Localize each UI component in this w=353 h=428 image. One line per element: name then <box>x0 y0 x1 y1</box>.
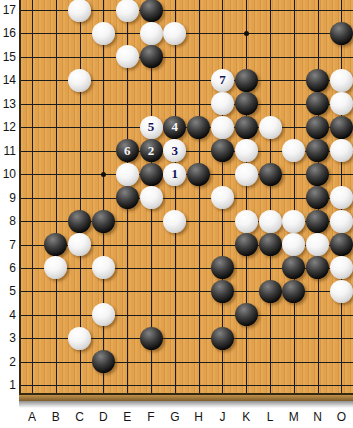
stone-black-K14[interactable] <box>235 69 258 92</box>
row-label-7: 7 <box>0 238 16 252</box>
row-label-15: 15 <box>0 50 16 64</box>
stone-black-E9[interactable] <box>116 186 139 209</box>
move-number-7: 7 <box>219 72 226 88</box>
grid-vline-B <box>56 0 57 393</box>
stone-white-G10[interactable]: 1 <box>163 163 186 186</box>
column-label-N: N <box>308 409 328 425</box>
stone-black-K13[interactable] <box>235 92 258 115</box>
stone-black-E11[interactable]: 6 <box>116 139 139 162</box>
stone-white-K8[interactable] <box>235 210 258 233</box>
stone-black-L10[interactable] <box>259 163 282 186</box>
row-label-10: 10 <box>0 167 16 181</box>
stone-black-H12[interactable] <box>187 116 210 139</box>
stone-black-G12[interactable]: 4 <box>163 116 186 139</box>
stone-white-C7[interactable] <box>68 233 91 256</box>
stone-black-J3[interactable] <box>211 327 234 350</box>
go-board-screenshot: 7546231 1716151413121110987654321ABCDEFG… <box>0 0 353 428</box>
stone-white-O11[interactable] <box>330 139 353 162</box>
stone-white-O9[interactable] <box>330 186 353 209</box>
stone-white-E10[interactable] <box>116 163 139 186</box>
column-label-L: L <box>260 409 280 425</box>
grid-hline-13 <box>21 104 353 105</box>
stone-black-F15[interactable] <box>140 45 163 68</box>
move-number-3: 3 <box>172 143 179 159</box>
stone-black-N10[interactable] <box>306 163 329 186</box>
stone-white-O14[interactable] <box>330 69 353 92</box>
stone-white-N7[interactable] <box>306 233 329 256</box>
column-label-H: H <box>189 409 209 425</box>
move-number-2: 2 <box>148 143 155 159</box>
grid-hline-2 <box>21 362 353 363</box>
stone-black-K7[interactable] <box>235 233 258 256</box>
row-label-8: 8 <box>0 214 16 228</box>
stone-white-O5[interactable] <box>330 280 353 303</box>
stone-black-F10[interactable] <box>140 163 163 186</box>
stone-black-J11[interactable] <box>211 139 234 162</box>
row-label-3: 3 <box>0 331 16 345</box>
stone-black-O12[interactable] <box>330 116 353 139</box>
row-label-17: 17 <box>0 3 16 17</box>
row-label-1: 1 <box>0 378 16 392</box>
star-point-K16 <box>244 31 249 36</box>
stone-white-J9[interactable] <box>211 186 234 209</box>
board-edge-shadow <box>19 401 353 408</box>
column-label-C: C <box>70 409 90 425</box>
column-label-B: B <box>46 409 66 425</box>
move-number-5: 5 <box>148 119 155 135</box>
grid-vline-K <box>246 0 247 393</box>
grid-vline-G <box>175 0 176 393</box>
column-label-K: K <box>236 409 256 425</box>
stone-white-K10[interactable] <box>235 163 258 186</box>
board-left-border <box>19 0 21 395</box>
column-label-F: F <box>141 409 161 425</box>
stone-black-C8[interactable] <box>68 210 91 233</box>
row-label-11: 11 <box>0 144 16 158</box>
move-number-1: 1 <box>172 166 179 182</box>
grid-hline-15 <box>21 57 353 58</box>
stone-black-J5[interactable] <box>211 280 234 303</box>
stone-white-L12[interactable] <box>259 116 282 139</box>
row-label-6: 6 <box>0 261 16 275</box>
stone-white-F9[interactable] <box>140 186 163 209</box>
row-label-2: 2 <box>0 355 16 369</box>
row-label-13: 13 <box>0 97 16 111</box>
grid-hline-4 <box>21 315 353 316</box>
star-point-D10 <box>101 172 106 177</box>
stone-white-M8[interactable] <box>282 210 305 233</box>
column-label-J: J <box>212 409 232 425</box>
stone-white-G8[interactable] <box>163 210 186 233</box>
move-number-4: 4 <box>172 119 179 135</box>
stone-white-O8[interactable] <box>330 210 353 233</box>
row-label-14: 14 <box>0 73 16 87</box>
stone-black-L7[interactable] <box>259 233 282 256</box>
stone-black-H10[interactable] <box>187 163 210 186</box>
column-label-M: M <box>284 409 304 425</box>
column-label-A: A <box>22 409 42 425</box>
stone-white-C3[interactable] <box>68 327 91 350</box>
stone-black-O7[interactable] <box>330 233 353 256</box>
stone-black-F17[interactable] <box>140 0 163 22</box>
move-number-6: 6 <box>124 143 131 159</box>
stone-white-F12[interactable]: 5 <box>140 116 163 139</box>
stone-white-C17[interactable] <box>68 0 91 22</box>
stone-black-F3[interactable] <box>140 327 163 350</box>
grid-vline-D <box>103 0 104 393</box>
stone-white-K11[interactable] <box>235 139 258 162</box>
stone-black-N8[interactable] <box>306 210 329 233</box>
stone-black-L5[interactable] <box>259 280 282 303</box>
row-label-16: 16 <box>0 26 16 40</box>
column-label-D: D <box>93 409 113 425</box>
stone-black-N14[interactable] <box>306 69 329 92</box>
row-label-9: 9 <box>0 191 16 205</box>
grid-vline-M <box>294 0 295 393</box>
stone-black-K12[interactable] <box>235 116 258 139</box>
stone-white-C14[interactable] <box>68 69 91 92</box>
stone-white-E17[interactable] <box>116 0 139 22</box>
row-label-12: 12 <box>0 120 16 134</box>
grid-hline-1 <box>21 385 353 386</box>
stone-black-F11[interactable]: 2 <box>140 139 163 162</box>
column-label-O: O <box>331 409 351 425</box>
row-label-4: 4 <box>0 308 16 322</box>
stone-black-D2[interactable] <box>92 350 115 373</box>
grid-vline-L <box>270 0 271 393</box>
stone-black-N12[interactable] <box>306 116 329 139</box>
stone-white-J12[interactable] <box>211 116 234 139</box>
stone-white-D16[interactable] <box>92 22 115 45</box>
grid-vline-H <box>199 0 200 393</box>
grid-hline-9 <box>21 198 353 199</box>
grid-vline-A <box>32 0 33 393</box>
stone-white-F16[interactable] <box>140 22 163 45</box>
stone-white-L8[interactable] <box>259 210 282 233</box>
row-label-5: 5 <box>0 284 16 298</box>
column-label-E: E <box>117 409 137 425</box>
stone-white-J14[interactable]: 7 <box>211 69 234 92</box>
grid-hline-16 <box>21 33 353 34</box>
stone-black-D8[interactable] <box>92 210 115 233</box>
stone-black-O16[interactable] <box>330 22 353 45</box>
column-label-G: G <box>165 409 185 425</box>
stone-black-K4[interactable] <box>235 303 258 326</box>
stone-white-E15[interactable] <box>116 45 139 68</box>
